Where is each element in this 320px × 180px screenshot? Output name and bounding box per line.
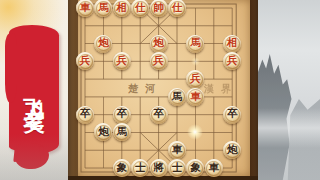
piece-black-chariot-right[interactable]: 車 bbox=[205, 159, 223, 177]
piece-black-elephant-right[interactable]: 象 bbox=[186, 159, 204, 177]
piece-black-general[interactable]: 將 bbox=[150, 159, 168, 177]
piece-black-pawn-e[interactable]: 卒 bbox=[223, 106, 241, 124]
piece-red-general[interactable]: 帥 bbox=[150, 0, 168, 17]
right-panel bbox=[258, 0, 320, 180]
piece-red-pawn-e[interactable]: 兵 bbox=[223, 52, 241, 70]
piece-black-pawn-a[interactable]: 卒 bbox=[76, 106, 94, 124]
piece-red-cannon-left[interactable]: 炮 bbox=[94, 35, 112, 53]
piece-red-advisor-right[interactable]: 仕 bbox=[168, 0, 186, 17]
piece-red-chariot-right[interactable]: 車 bbox=[186, 88, 204, 106]
piece-black-chariot-left[interactable]: 車 bbox=[168, 141, 186, 159]
thumbnail-stage: 飞刀老吴 楚河 漢界 車馬相仕帥仕炮炮馬相兵兵兵兵兵車馬卒卒卒卒炮馬車炮象士將士… bbox=[0, 0, 320, 180]
sparkle-effect-icon bbox=[191, 57, 200, 66]
piece-red-pawn-d[interactable]: 兵 bbox=[186, 70, 204, 88]
piece-red-pawn-c[interactable]: 兵 bbox=[150, 52, 168, 70]
piece-red-horse-right[interactable]: 馬 bbox=[186, 35, 204, 53]
piece-red-advisor-left[interactable]: 仕 bbox=[131, 0, 149, 17]
piece-red-elephant-right[interactable]: 相 bbox=[223, 35, 241, 53]
piece-red-cannon-center[interactable]: 炮 bbox=[150, 35, 168, 53]
piece-black-advisor-left[interactable]: 士 bbox=[131, 159, 149, 177]
piece-red-elephant-left[interactable]: 相 bbox=[113, 0, 131, 17]
piece-black-horse-left[interactable]: 馬 bbox=[113, 123, 131, 141]
mist-overlay bbox=[258, 108, 320, 148]
piece-red-chariot-left[interactable]: 車 bbox=[76, 0, 94, 17]
piece-red-pawn-b[interactable]: 兵 bbox=[113, 52, 131, 70]
piece-black-elephant-left[interactable]: 象 bbox=[113, 159, 131, 177]
piece-black-cannon-right[interactable]: 炮 bbox=[223, 141, 241, 159]
piece-black-horse-advanced[interactable]: 馬 bbox=[168, 88, 186, 106]
piece-black-advisor-right[interactable]: 士 bbox=[168, 159, 186, 177]
piece-black-pawn-c[interactable]: 卒 bbox=[150, 106, 168, 124]
piece-red-pawn-a[interactable]: 兵 bbox=[76, 52, 94, 70]
sparkle-effect-icon bbox=[187, 124, 203, 140]
piece-black-cannon-left[interactable]: 炮 bbox=[94, 123, 112, 141]
piece-red-horse-left[interactable]: 馬 bbox=[94, 0, 112, 17]
piece-black-pawn-b[interactable]: 卒 bbox=[113, 106, 131, 124]
